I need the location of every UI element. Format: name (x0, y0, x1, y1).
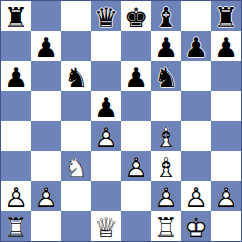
square-h1[interactable] (211, 211, 241, 241)
white-piece-outline-layer: ♙ (184, 181, 208, 212)
white-piece-outline-layer: ♙ (34, 181, 58, 212)
square-f3[interactable]: ♝♗ (151, 151, 181, 181)
black-rook[interactable]: ♜ (214, 3, 238, 30)
square-g4[interactable] (181, 121, 211, 151)
square-e1[interactable] (121, 211, 151, 241)
white-piece-outline-layer: ♕ (94, 211, 118, 242)
white-bishop[interactable]: ♝♗ (154, 153, 178, 180)
white-piece-outline-layer: ♗ (154, 151, 178, 182)
square-f5[interactable] (151, 91, 181, 121)
white-pawn[interactable]: ♟♙ (124, 153, 148, 180)
square-a4[interactable] (1, 121, 31, 151)
square-h3[interactable] (211, 151, 241, 181)
square-e5[interactable] (121, 91, 151, 121)
square-g1[interactable]: ♚♔ (181, 211, 211, 241)
square-f2[interactable]: ♟♙ (151, 181, 181, 211)
square-c6[interactable]: ♞ (61, 61, 91, 91)
square-a5[interactable] (1, 91, 31, 121)
square-g5[interactable] (181, 91, 211, 121)
black-king[interactable]: ♚ (124, 3, 148, 30)
square-h8[interactable]: ♜ (211, 1, 241, 31)
square-d8[interactable]: ♛ (91, 1, 121, 31)
square-a2[interactable]: ♟♙ (1, 181, 31, 211)
white-pawn[interactable]: ♟♙ (154, 183, 178, 210)
white-piece-outline-layer: ♙ (214, 181, 238, 212)
square-f8[interactable]: ♝ (151, 1, 181, 31)
white-piece-outline-layer: ♘ (64, 151, 88, 182)
square-d1[interactable]: ♛♕ (91, 211, 121, 241)
white-pawn[interactable]: ♟♙ (4, 183, 28, 210)
square-b8[interactable] (31, 1, 61, 31)
square-c2[interactable] (61, 181, 91, 211)
black-pawn[interactable]: ♟ (34, 33, 58, 60)
black-knight[interactable]: ♞ (64, 63, 88, 90)
white-piece-outline-layer: ♙ (4, 181, 28, 212)
square-e2[interactable] (121, 181, 151, 211)
white-bishop[interactable]: ♝♗ (154, 123, 178, 150)
square-b5[interactable] (31, 91, 61, 121)
white-pawn[interactable]: ♟♙ (214, 183, 238, 210)
white-piece-outline-layer: ♖ (154, 211, 178, 242)
square-g8[interactable] (181, 1, 211, 31)
white-king[interactable]: ♚♔ (184, 213, 208, 240)
square-d5[interactable]: ♟ (91, 91, 121, 121)
square-a1[interactable]: ♜♖ (1, 211, 31, 241)
square-e4[interactable] (121, 121, 151, 151)
square-f4[interactable]: ♝♗ (151, 121, 181, 151)
black-bishop[interactable]: ♝ (154, 3, 178, 30)
square-c5[interactable] (61, 91, 91, 121)
square-c4[interactable] (61, 121, 91, 151)
black-pawn[interactable]: ♟ (154, 33, 178, 60)
square-b7[interactable]: ♟ (31, 31, 61, 61)
square-f7[interactable]: ♟ (151, 31, 181, 61)
square-d7[interactable] (91, 31, 121, 61)
white-pawn[interactable]: ♟♙ (184, 183, 208, 210)
black-pawn[interactable]: ♟ (94, 93, 118, 120)
square-b3[interactable] (31, 151, 61, 181)
square-d2[interactable] (91, 181, 121, 211)
black-queen[interactable]: ♛ (94, 3, 118, 30)
square-h4[interactable] (211, 121, 241, 151)
square-c3[interactable]: ♞♘ (61, 151, 91, 181)
chess-board: ♜♛♚♝♜♟♟♟♟♟♞♟♞♟♟♙♝♗♞♘♟♙♝♗♟♙♟♙♟♙♟♙♟♙♜♖♛♕♜♖… (0, 0, 242, 242)
square-a6[interactable]: ♟ (1, 61, 31, 91)
square-e3[interactable]: ♟♙ (121, 151, 151, 181)
square-g7[interactable]: ♟ (181, 31, 211, 61)
white-queen[interactable]: ♛♕ (94, 213, 118, 240)
white-pawn[interactable]: ♟♙ (94, 123, 118, 150)
square-e8[interactable]: ♚ (121, 1, 151, 31)
square-d4[interactable]: ♟♙ (91, 121, 121, 151)
square-h2[interactable]: ♟♙ (211, 181, 241, 211)
square-d3[interactable] (91, 151, 121, 181)
white-rook[interactable]: ♜♖ (4, 213, 28, 240)
square-h5[interactable] (211, 91, 241, 121)
square-g6[interactable] (181, 61, 211, 91)
white-piece-outline-layer: ♙ (154, 181, 178, 212)
square-f1[interactable]: ♜♖ (151, 211, 181, 241)
square-h6[interactable] (211, 61, 241, 91)
black-pawn[interactable]: ♟ (214, 33, 238, 60)
square-c7[interactable] (61, 31, 91, 61)
white-piece-outline-layer: ♙ (124, 151, 148, 182)
white-knight[interactable]: ♞♘ (64, 153, 88, 180)
square-e6[interactable]: ♟ (121, 61, 151, 91)
square-f6[interactable]: ♞ (151, 61, 181, 91)
square-a3[interactable] (1, 151, 31, 181)
black-pawn[interactable]: ♟ (4, 63, 28, 90)
square-b6[interactable] (31, 61, 61, 91)
square-g3[interactable] (181, 151, 211, 181)
square-e7[interactable] (121, 31, 151, 61)
square-h7[interactable]: ♟ (211, 31, 241, 61)
square-d6[interactable] (91, 61, 121, 91)
square-c1[interactable] (61, 211, 91, 241)
white-rook[interactable]: ♜♖ (154, 213, 178, 240)
black-knight[interactable]: ♞ (154, 63, 178, 90)
black-pawn[interactable]: ♟ (124, 63, 148, 90)
white-piece-outline-layer: ♖ (4, 211, 28, 242)
square-a8[interactable]: ♜ (1, 1, 31, 31)
square-g2[interactable]: ♟♙ (181, 181, 211, 211)
white-piece-outline-layer: ♔ (184, 211, 208, 242)
square-c8[interactable] (61, 1, 91, 31)
square-a7[interactable] (1, 31, 31, 61)
white-piece-outline-layer: ♗ (154, 121, 178, 152)
white-pawn[interactable]: ♟♙ (34, 183, 58, 210)
black-rook[interactable]: ♜ (4, 3, 28, 30)
white-piece-outline-layer: ♙ (94, 121, 118, 152)
black-pawn[interactable]: ♟ (184, 33, 208, 60)
square-b1[interactable] (31, 211, 61, 241)
square-b2[interactable]: ♟♙ (31, 181, 61, 211)
square-b4[interactable] (31, 121, 61, 151)
